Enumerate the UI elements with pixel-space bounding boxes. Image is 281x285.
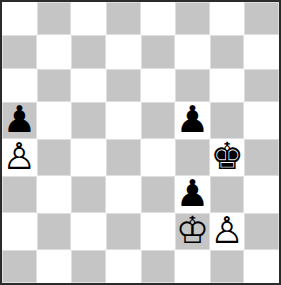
square-e3[interactable] <box>141 176 176 213</box>
square-h1[interactable] <box>244 250 279 283</box>
square-e5[interactable] <box>141 102 176 139</box>
square-a6[interactable] <box>2 69 37 102</box>
square-d7[interactable] <box>106 35 141 68</box>
square-a5[interactable]: ♟ <box>2 102 37 139</box>
square-e2[interactable] <box>141 213 176 250</box>
square-b7[interactable] <box>37 35 72 68</box>
square-g1[interactable] <box>210 250 245 283</box>
square-f5[interactable]: ♟ <box>175 102 210 139</box>
square-f1[interactable] <box>175 250 210 283</box>
square-f3[interactable]: ♟ <box>175 176 210 213</box>
black-pawn[interactable]: ♟ <box>3 101 36 138</box>
square-h4[interactable] <box>244 139 279 176</box>
square-f8[interactable] <box>175 2 210 35</box>
square-b1[interactable] <box>37 250 72 283</box>
square-d2[interactable] <box>106 213 141 250</box>
square-e7[interactable] <box>141 35 176 68</box>
square-f7[interactable] <box>175 35 210 68</box>
square-a1[interactable] <box>2 250 37 283</box>
square-g8[interactable] <box>210 2 245 35</box>
square-h3[interactable] <box>244 176 279 213</box>
square-c2[interactable] <box>71 213 106 250</box>
square-c5[interactable] <box>71 102 106 139</box>
square-b3[interactable] <box>37 176 72 213</box>
square-b8[interactable] <box>37 2 72 35</box>
square-c4[interactable] <box>71 139 106 176</box>
square-e1[interactable] <box>141 250 176 283</box>
square-d6[interactable] <box>106 69 141 102</box>
square-g6[interactable] <box>210 69 245 102</box>
square-a3[interactable] <box>2 176 37 213</box>
square-e6[interactable] <box>141 69 176 102</box>
square-h5[interactable] <box>244 102 279 139</box>
square-f6[interactable] <box>175 69 210 102</box>
white-pawn[interactable]: ♙ <box>3 138 36 175</box>
square-d8[interactable] <box>106 2 141 35</box>
square-c1[interactable] <box>71 250 106 283</box>
white-pawn[interactable]: ♙ <box>210 212 243 249</box>
square-h2[interactable] <box>244 213 279 250</box>
square-c7[interactable] <box>71 35 106 68</box>
square-d4[interactable] <box>106 139 141 176</box>
square-g3[interactable] <box>210 176 245 213</box>
square-d3[interactable] <box>106 176 141 213</box>
square-d1[interactable] <box>106 250 141 283</box>
square-b2[interactable] <box>37 213 72 250</box>
square-a2[interactable] <box>2 213 37 250</box>
square-g7[interactable] <box>210 35 245 68</box>
square-e8[interactable] <box>141 2 176 35</box>
square-a4[interactable]: ♙ <box>2 139 37 176</box>
square-f2[interactable]: ♔ <box>175 213 210 250</box>
square-a7[interactable] <box>2 35 37 68</box>
square-b4[interactable] <box>37 139 72 176</box>
square-c3[interactable] <box>71 176 106 213</box>
square-g4[interactable]: ♚ <box>210 139 245 176</box>
square-f4[interactable] <box>175 139 210 176</box>
square-h6[interactable] <box>244 69 279 102</box>
square-e4[interactable] <box>141 139 176 176</box>
chess-board-frame: ♟♟♙♚♟♔♙ <box>0 0 281 285</box>
square-d5[interactable] <box>106 102 141 139</box>
black-king[interactable]: ♚ <box>210 138 243 175</box>
square-c6[interactable] <box>71 69 106 102</box>
square-h7[interactable] <box>244 35 279 68</box>
square-b6[interactable] <box>37 69 72 102</box>
square-g5[interactable] <box>210 102 245 139</box>
chess-board: ♟♟♙♚♟♔♙ <box>2 2 279 283</box>
square-c8[interactable] <box>71 2 106 35</box>
square-b5[interactable] <box>37 102 72 139</box>
square-h8[interactable] <box>244 2 279 35</box>
square-a8[interactable] <box>2 2 37 35</box>
square-g2[interactable]: ♙ <box>210 213 245 250</box>
white-king[interactable]: ♔ <box>176 212 209 249</box>
black-pawn[interactable]: ♟ <box>176 175 209 212</box>
black-pawn[interactable]: ♟ <box>176 101 209 138</box>
